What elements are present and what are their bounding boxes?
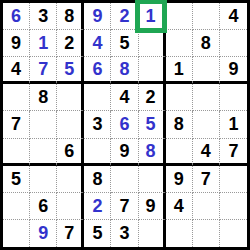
user-digit: 6: [11, 7, 21, 25]
cell-r9c2[interactable]: 9: [30, 220, 57, 247]
cell-r3c6[interactable]: [139, 57, 166, 84]
cell-r4c3[interactable]: [57, 84, 84, 111]
user-digit: 1: [146, 7, 156, 25]
cell-r3c7[interactable]: 1: [166, 57, 193, 84]
cell-r3c4[interactable]: 6: [84, 57, 111, 84]
cell-r7c9[interactable]: [220, 166, 247, 193]
cell-r9c5[interactable]: 3: [111, 220, 138, 247]
cell-r2c8[interactable]: 8: [193, 30, 220, 57]
cell-r6c4[interactable]: [84, 139, 111, 166]
given-digit: 9: [228, 60, 238, 78]
cell-r1c9[interactable]: 4: [220, 3, 247, 30]
user-digit: 1: [38, 34, 48, 52]
given-digit: 4: [119, 88, 129, 106]
given-digit: 9: [146, 197, 156, 215]
given-digit: 7: [228, 142, 238, 160]
cell-r4c2[interactable]: 8: [30, 84, 57, 111]
cell-r9c7[interactable]: [166, 220, 193, 247]
user-digit: 2: [92, 197, 102, 215]
user-digit: 5: [146, 115, 156, 133]
cell-r8c8[interactable]: [193, 193, 220, 220]
user-digit: 8: [146, 142, 156, 160]
cell-r3c3[interactable]: 5: [57, 57, 84, 84]
cell-r6c2[interactable]: [30, 139, 57, 166]
cell-r6c6[interactable]: 8: [139, 139, 166, 166]
cell-r3c1[interactable]: 4: [3, 57, 30, 84]
cell-r2c1[interactable]: 9: [3, 30, 30, 57]
given-digit: 3: [38, 7, 48, 25]
cell-r1c4[interactable]: 9: [84, 3, 111, 30]
user-digit: 9: [92, 7, 102, 25]
cell-r7c7[interactable]: 9: [166, 166, 193, 193]
cell-r9c9[interactable]: [220, 220, 247, 247]
given-digit: 8: [92, 170, 102, 188]
given-digit: 7: [119, 197, 129, 215]
given-digit: 5: [92, 224, 102, 242]
given-digit: 4: [11, 60, 21, 78]
given-digit: 7: [201, 170, 211, 188]
user-digit: 8: [119, 60, 129, 78]
cell-r8c1[interactable]: [3, 193, 30, 220]
user-digit: 5: [64, 60, 74, 78]
cell-r7c2[interactable]: [30, 166, 57, 193]
user-digit: 9: [38, 224, 48, 242]
given-digit: 3: [92, 115, 102, 133]
cell-r8c5[interactable]: 7: [111, 193, 138, 220]
cell-r3c2[interactable]: 7: [30, 57, 57, 84]
cell-r6c7[interactable]: [166, 139, 193, 166]
given-digit: 3: [119, 224, 129, 242]
cell-r5c5[interactable]: 6: [111, 111, 138, 138]
cell-r6c5[interactable]: 9: [111, 139, 138, 166]
given-digit: 6: [38, 197, 48, 215]
cell-r9c3[interactable]: 7: [57, 220, 84, 247]
given-digit: 8: [201, 34, 211, 52]
cell-r7c6[interactable]: [139, 166, 166, 193]
given-digit: 2: [146, 88, 156, 106]
cell-r9c1[interactable]: [3, 220, 30, 247]
cell-r5c8[interactable]: [193, 111, 220, 138]
cell-r1c6[interactable]: 1: [139, 3, 166, 30]
cell-r6c9[interactable]: 7: [220, 139, 247, 166]
cell-r1c1[interactable]: 6: [3, 3, 30, 30]
user-digit: 7: [38, 60, 48, 78]
cell-r8c2[interactable]: 6: [30, 193, 57, 220]
cell-r1c3[interactable]: 8: [57, 3, 84, 30]
cell-r9c8[interactable]: [193, 220, 220, 247]
cell-r2c4[interactable]: 4: [84, 30, 111, 57]
cell-r4c7[interactable]: [166, 84, 193, 111]
cell-r4c8[interactable]: [193, 84, 220, 111]
user-digit: 6: [92, 60, 102, 78]
cell-r7c3[interactable]: [57, 166, 84, 193]
given-digit: 7: [64, 224, 74, 242]
cell-r4c6[interactable]: 2: [139, 84, 166, 111]
given-digit: 9: [174, 170, 184, 188]
cell-r5c4[interactable]: 3: [84, 111, 111, 138]
cell-r4c4[interactable]: [84, 84, 111, 111]
given-digit: 1: [228, 115, 238, 133]
cell-r4c5[interactable]: 4: [111, 84, 138, 111]
user-digit: 4: [92, 34, 102, 52]
given-digit: 9: [11, 34, 21, 52]
cell-r8c4[interactable]: 2: [84, 193, 111, 220]
given-digit: 4: [228, 7, 238, 25]
cell-r1c5[interactable]: 2: [111, 3, 138, 30]
cell-r5c7[interactable]: 8: [166, 111, 193, 138]
given-digit: 7: [11, 115, 21, 133]
cell-r8c9[interactable]: [220, 193, 247, 220]
cell-r8c7[interactable]: 4: [166, 193, 193, 220]
cell-r3c9[interactable]: 9: [220, 57, 247, 84]
cell-r5c2[interactable]: [30, 111, 57, 138]
cell-r2c7[interactable]: [166, 30, 193, 57]
cell-r7c5[interactable]: [111, 166, 138, 193]
cell-r1c2[interactable]: 3: [30, 3, 57, 30]
cell-r5c6[interactable]: 5: [139, 111, 166, 138]
cell-r8c3[interactable]: [57, 193, 84, 220]
user-digit: 6: [119, 115, 129, 133]
cell-r7c1[interactable]: 5: [3, 166, 30, 193]
cell-r3c5[interactable]: 8: [111, 57, 138, 84]
given-digit: 1: [174, 60, 184, 78]
given-digit: 4: [174, 197, 184, 215]
cell-r6c3[interactable]: 6: [57, 139, 84, 166]
given-digit: 2: [64, 34, 74, 52]
cell-r6c1[interactable]: [3, 139, 30, 166]
given-digit: 8: [64, 7, 74, 25]
sudoku-board: 6389214912458475681984273658169847589762…: [0, 0, 250, 250]
cell-r7c8[interactable]: 7: [193, 166, 220, 193]
cell-r2c6[interactable]: [139, 30, 166, 57]
given-digit: 4: [201, 142, 211, 160]
cell-r4c9[interactable]: [220, 84, 247, 111]
cell-r9c4[interactable]: 5: [84, 220, 111, 247]
cell-r5c3[interactable]: [57, 111, 84, 138]
cell-r1c8[interactable]: [193, 3, 220, 30]
cell-r7c4[interactable]: 8: [84, 166, 111, 193]
cell-r2c9[interactable]: [220, 30, 247, 57]
given-digit: 9: [119, 142, 129, 160]
cell-r9c6[interactable]: [139, 220, 166, 247]
given-digit: 5: [11, 170, 21, 188]
cell-r6c8[interactable]: 4: [193, 139, 220, 166]
cell-r4c1[interactable]: [3, 84, 30, 111]
cell-r5c1[interactable]: 7: [3, 111, 30, 138]
given-digit: 5: [119, 34, 129, 52]
given-digit: 8: [38, 88, 48, 106]
cell-r2c3[interactable]: 2: [57, 30, 84, 57]
cell-r8c6[interactable]: 9: [139, 193, 166, 220]
cell-r2c5[interactable]: 5: [111, 30, 138, 57]
cell-r1c7[interactable]: [166, 3, 193, 30]
user-digit: 2: [119, 7, 129, 25]
given-digit: 8: [174, 115, 184, 133]
cell-r2c2[interactable]: 1: [30, 30, 57, 57]
given-digit: 6: [64, 142, 74, 160]
cell-r3c8[interactable]: [193, 57, 220, 84]
cell-r5c9[interactable]: 1: [220, 111, 247, 138]
